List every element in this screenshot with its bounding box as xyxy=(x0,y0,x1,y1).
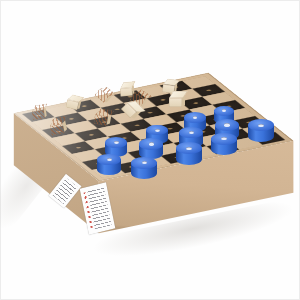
cylinder-hole xyxy=(258,124,264,127)
blue-piece[interactable] xyxy=(97,154,121,175)
cylinder-hole xyxy=(107,158,112,161)
cube-right-face xyxy=(182,96,185,107)
wood-piece[interactable] xyxy=(30,103,47,120)
wood-piece[interactable] xyxy=(93,106,113,125)
blue-piece[interactable] xyxy=(176,142,202,165)
cylinder-hole xyxy=(149,142,154,145)
cube-front-face xyxy=(120,87,133,96)
blue-piece[interactable] xyxy=(211,133,237,156)
cylinder-hole xyxy=(114,141,119,144)
cylinder-hole xyxy=(224,123,229,126)
cylinder-hole xyxy=(189,131,194,134)
wood-piece[interactable] xyxy=(168,90,185,107)
cylinder-hole xyxy=(155,129,160,132)
blue-piece[interactable] xyxy=(131,157,157,180)
cube-front-face xyxy=(169,98,183,107)
blue-piece[interactable] xyxy=(248,119,274,142)
cylinder-hole xyxy=(186,147,192,150)
product-photo-scene xyxy=(0,0,300,300)
